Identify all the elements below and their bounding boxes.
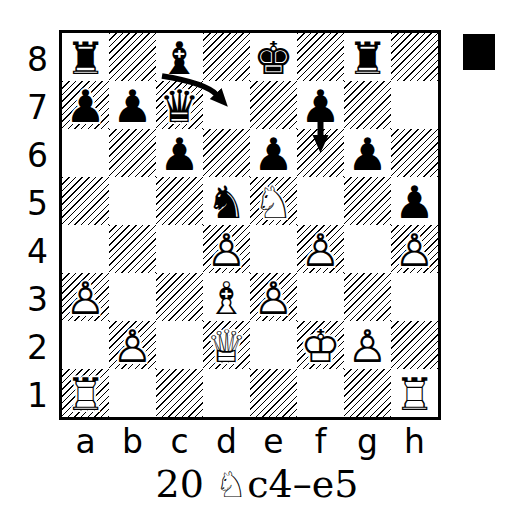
black-rook-a8: ♜♜ (62, 33, 109, 81)
piece-glyph: ♖ (391, 370, 438, 418)
move-text: c4–e5 (247, 462, 358, 506)
file-label-e: e (250, 425, 297, 459)
black-pawn-a7: ♟♟ (62, 81, 109, 129)
square-b2: ♟♙ (109, 321, 156, 369)
file-labels: abcdefgh (62, 425, 438, 459)
square-h8 (391, 33, 438, 81)
piece-glyph: ♙ (391, 226, 438, 274)
rank-label-1: 1 (0, 372, 48, 420)
file-label-d: d (203, 425, 250, 459)
square-d4: ♟♙ (203, 225, 250, 273)
square-g7 (344, 81, 391, 129)
square-g1 (344, 369, 391, 417)
square-a1: ♜♖ (62, 369, 109, 417)
piece-glyph: ♙ (344, 322, 391, 370)
square-h1: ♜♖ (391, 369, 438, 417)
piece-glyph: ♜ (344, 34, 391, 82)
square-h6 (391, 129, 438, 177)
piece-glyph: ♟ (62, 82, 109, 130)
square-f7: ♟♟ (297, 81, 344, 129)
square-a2 (62, 321, 109, 369)
square-c5 (156, 177, 203, 225)
square-b1 (109, 369, 156, 417)
square-h7 (391, 81, 438, 129)
square-g5 (344, 177, 391, 225)
white-pawn-g2: ♟♙ (344, 321, 391, 369)
white-pawn-h4: ♟♙ (391, 225, 438, 273)
piece-glyph: ♚ (250, 34, 297, 82)
file-label-g: g (344, 425, 391, 459)
black-pawn-c6: ♟♟ (156, 129, 203, 177)
white-king-f2: ♚♔ (297, 321, 344, 369)
square-a3: ♟♙ (62, 273, 109, 321)
square-d3: ♝♗ (203, 273, 250, 321)
square-b7: ♟♟ (109, 81, 156, 129)
square-g8: ♜♜ (344, 33, 391, 81)
square-c1 (156, 369, 203, 417)
square-c3 (156, 273, 203, 321)
piece-glyph: ♔ (297, 322, 344, 370)
square-f1 (297, 369, 344, 417)
piece-glyph: ♙ (62, 274, 109, 322)
square-g3 (344, 273, 391, 321)
square-e6: ♟♟ (250, 129, 297, 177)
piece-glyph: ♜ (62, 34, 109, 82)
square-b8 (109, 33, 156, 81)
square-e2 (250, 321, 297, 369)
square-h4: ♟♙ (391, 225, 438, 273)
square-g4 (344, 225, 391, 273)
black-bishop-c8: ♝♝ (156, 33, 203, 81)
square-a7: ♟♟ (62, 81, 109, 129)
file-label-a: a (62, 425, 109, 459)
piece-glyph: ♙ (297, 226, 344, 274)
black-pawn-e6: ♟♟ (250, 129, 297, 177)
square-b3 (109, 273, 156, 321)
square-a8: ♜♜ (62, 33, 109, 81)
file-label-f: f (297, 425, 344, 459)
square-e8: ♚♚ (250, 33, 297, 81)
file-label-b: b (109, 425, 156, 459)
rank-label-3: 3 (0, 276, 48, 324)
piece-glyph: ♛ (156, 82, 203, 130)
board-frame: ♜♜♝♝♚♚♜♜♟♟♟♟♛♛♟♟♟♟♟♟♟♟♞♞♞♘♟♟♟♙♟♙♟♙♟♙♝♗♟♙… (59, 30, 441, 420)
piece-glyph: ♙ (203, 226, 250, 274)
rank-label-8: 8 (0, 36, 48, 84)
square-e4 (250, 225, 297, 273)
white-pawn-f4: ♟♙ (297, 225, 344, 273)
rank-label-6: 6 (0, 132, 48, 180)
black-king-e8: ♚♚ (250, 33, 297, 81)
black-to-move-indicator (463, 34, 495, 70)
chess-diagram-page: 87654321 ♜♜♝♝♚♚♜♜♟♟♟♟♛♛♟♟♟♟♟♟♟♟♞♞♞♘♟♟♟♙♟… (0, 0, 521, 516)
black-pawn-f7: ♟♟ (297, 81, 344, 129)
square-g2: ♟♙ (344, 321, 391, 369)
square-d7 (203, 81, 250, 129)
square-f5 (297, 177, 344, 225)
white-rook-a1: ♜♖ (62, 369, 109, 417)
square-d2: ♛♕ (203, 321, 250, 369)
square-g6: ♟♟ (344, 129, 391, 177)
black-pawn-h5: ♟♟ (391, 177, 438, 225)
file-label-h: h (391, 425, 438, 459)
square-f4: ♟♙ (297, 225, 344, 273)
black-queen-c7: ♛♛ (156, 81, 203, 129)
white-pawn-a3: ♟♙ (62, 273, 109, 321)
black-rook-g8: ♜♜ (344, 33, 391, 81)
square-f8 (297, 33, 344, 81)
square-e5: ♞♘ (250, 177, 297, 225)
piece-glyph: ♖ (62, 370, 109, 418)
piece-glyph: ♟ (109, 82, 156, 130)
square-d5: ♞♞ (203, 177, 250, 225)
white-queen-d2: ♛♕ (203, 321, 250, 369)
square-h5: ♟♟ (391, 177, 438, 225)
white-pawn-d4: ♟♙ (203, 225, 250, 273)
square-c7: ♛♛ (156, 81, 203, 129)
square-a5 (62, 177, 109, 225)
white-knight-e5: ♞♘ (250, 177, 297, 225)
square-c4 (156, 225, 203, 273)
square-c8: ♝♝ (156, 33, 203, 81)
square-f3 (297, 273, 344, 321)
piece-glyph: ♟ (156, 130, 203, 178)
white-rook-h1: ♜♖ (391, 369, 438, 417)
black-knight-d5: ♞♞ (203, 177, 250, 225)
white-bishop-d3: ♝♗ (203, 273, 250, 321)
square-c2 (156, 321, 203, 369)
black-pawn-b7: ♟♟ (109, 81, 156, 129)
square-h3 (391, 273, 438, 321)
file-label-c: c (156, 425, 203, 459)
rank-label-7: 7 (0, 84, 48, 132)
piece-glyph: ♟ (250, 130, 297, 178)
rank-label-4: 4 (0, 228, 48, 276)
square-d1 (203, 369, 250, 417)
square-f2: ♚♔ (297, 321, 344, 369)
move-caption: 20♘c4–e5 (62, 463, 452, 507)
piece-glyph: ♘ (250, 178, 297, 226)
white-knight-icon: ♘ (215, 464, 247, 505)
piece-glyph: ♟ (344, 130, 391, 178)
move-number: 20 (156, 462, 204, 506)
rank-label-2: 2 (0, 324, 48, 372)
square-f6 (297, 129, 344, 177)
black-pawn-g6: ♟♟ (344, 129, 391, 177)
square-d6 (203, 129, 250, 177)
piece-glyph: ♗ (203, 274, 250, 322)
piece-glyph: ♝ (156, 34, 203, 82)
square-e7 (250, 81, 297, 129)
piece-glyph: ♙ (109, 322, 156, 370)
piece-glyph: ♞ (203, 178, 250, 226)
square-e3: ♟♙ (250, 273, 297, 321)
piece-glyph: ♕ (203, 322, 250, 370)
square-b5 (109, 177, 156, 225)
white-pawn-b2: ♟♙ (109, 321, 156, 369)
square-a4 (62, 225, 109, 273)
square-e1 (250, 369, 297, 417)
white-pawn-e3: ♟♙ (250, 273, 297, 321)
square-h2 (391, 321, 438, 369)
rank-label-5: 5 (0, 180, 48, 228)
square-d8 (203, 33, 250, 81)
square-b6 (109, 129, 156, 177)
square-a6 (62, 129, 109, 177)
piece-glyph: ♙ (250, 274, 297, 322)
board: ♜♜♝♝♚♚♜♜♟♟♟♟♛♛♟♟♟♟♟♟♟♟♞♞♞♘♟♟♟♙♟♙♟♙♟♙♝♗♟♙… (62, 33, 438, 417)
piece-glyph: ♟ (297, 82, 344, 130)
square-c6: ♟♟ (156, 129, 203, 177)
piece-glyph: ♟ (391, 178, 438, 226)
square-b4 (109, 225, 156, 273)
